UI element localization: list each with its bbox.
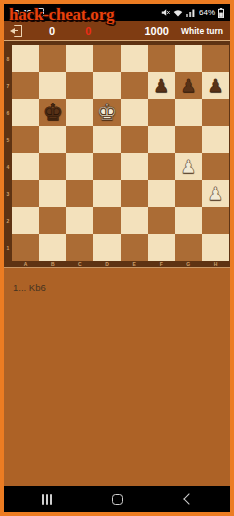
rank-label-3: 3 <box>4 180 12 207</box>
square-f7[interactable]: ♟ <box>148 72 175 99</box>
rank-label-8: 8 <box>4 45 12 72</box>
square-c2[interactable] <box>66 207 93 234</box>
white-pawn: ♟ <box>180 158 196 176</box>
square-b4[interactable] <box>39 153 66 180</box>
rank-label-4: 4 <box>4 153 12 180</box>
white-king: ♚ <box>97 101 118 124</box>
square-e3[interactable] <box>121 180 148 207</box>
square-a1[interactable] <box>12 234 39 261</box>
square-d3[interactable] <box>93 180 120 207</box>
square-e2[interactable] <box>121 207 148 234</box>
square-h6[interactable] <box>202 99 229 126</box>
square-h3[interactable]: ♟ <box>202 180 229 207</box>
square-d5[interactable] <box>93 126 120 153</box>
black-pawn: ♟ <box>180 77 196 95</box>
status-icons: 64% <box>161 8 224 18</box>
square-h8[interactable] <box>202 45 229 72</box>
file-label-f: F <box>148 261 175 267</box>
board-corner <box>4 261 12 267</box>
square-h2[interactable] <box>202 207 229 234</box>
white-score: 0 <box>49 25 55 37</box>
rank-label-5: 5 <box>4 126 12 153</box>
square-a5[interactable] <box>12 126 39 153</box>
chess-board: 87♟♟♟6♚♚54♟3♟21ABCDEFGH <box>4 40 230 268</box>
back-icon <box>183 493 194 504</box>
exit-arrow-shaft <box>14 30 19 32</box>
square-e7[interactable] <box>121 72 148 99</box>
white-pawn: ♟ <box>207 185 223 203</box>
square-b7[interactable] <box>39 72 66 99</box>
black-pawn: ♟ <box>207 77 223 95</box>
square-e6[interactable] <box>121 99 148 126</box>
home-button[interactable] <box>107 491 127 507</box>
exit-button[interactable] <box>10 25 22 37</box>
status-bar: 18:48 64% <box>4 4 230 21</box>
square-f1[interactable] <box>148 234 175 261</box>
square-c8[interactable] <box>66 45 93 72</box>
square-a7[interactable] <box>12 72 39 99</box>
square-c6[interactable] <box>66 99 93 126</box>
file-label-c: C <box>66 261 93 267</box>
square-e4[interactable] <box>121 153 148 180</box>
rank-label-7: 7 <box>4 72 12 99</box>
square-c1[interactable] <box>66 234 93 261</box>
recents-button[interactable] <box>37 491 57 507</box>
rating-value: 1000 <box>144 25 168 37</box>
square-h5[interactable] <box>202 126 229 153</box>
square-f8[interactable] <box>148 45 175 72</box>
square-f6[interactable] <box>148 99 175 126</box>
square-g3[interactable] <box>175 180 202 207</box>
file-label-h: H <box>202 261 229 267</box>
square-g1[interactable] <box>175 234 202 261</box>
wifi-icon <box>173 9 183 17</box>
rank-label-6: 6 <box>4 99 12 126</box>
square-d7[interactable] <box>93 72 120 99</box>
square-f5[interactable] <box>148 126 175 153</box>
phone-screen: hack-cheat.org 18:48 64% <box>0 0 234 516</box>
home-icon <box>112 494 123 505</box>
file-label-b: B <box>39 261 66 267</box>
square-g5[interactable] <box>175 126 202 153</box>
move-entry[interactable]: 1... Kb6 <box>13 282 46 293</box>
android-nav-bar <box>4 486 230 512</box>
square-f4[interactable] <box>148 153 175 180</box>
rank-label-2: 2 <box>4 207 12 234</box>
mute-icon <box>161 8 170 17</box>
square-b6[interactable]: ♚ <box>39 99 66 126</box>
file-label-a: A <box>12 261 39 267</box>
turn-indicator: White turn <box>181 26 223 36</box>
square-b3[interactable] <box>39 180 66 207</box>
screenshot-icon <box>34 8 44 17</box>
square-a3[interactable] <box>12 180 39 207</box>
file-label-e: E <box>121 261 148 267</box>
square-b2[interactable] <box>39 207 66 234</box>
square-d1[interactable] <box>93 234 120 261</box>
square-a4[interactable] <box>12 153 39 180</box>
rank-label-1: 1 <box>4 234 12 261</box>
square-f2[interactable] <box>148 207 175 234</box>
square-d8[interactable] <box>93 45 120 72</box>
back-button[interactable] <box>177 491 197 507</box>
square-e5[interactable] <box>121 126 148 153</box>
square-g7[interactable]: ♟ <box>175 72 202 99</box>
battery-icon <box>218 8 224 18</box>
square-e8[interactable] <box>121 45 148 72</box>
square-d2[interactable] <box>93 207 120 234</box>
square-g4[interactable]: ♟ <box>175 153 202 180</box>
file-label-g: G <box>175 261 202 267</box>
square-b5[interactable] <box>39 126 66 153</box>
square-c5[interactable] <box>66 126 93 153</box>
square-h1[interactable] <box>202 234 229 261</box>
game-toolbar: 0 0 1000 White turn <box>4 21 230 40</box>
square-h4[interactable] <box>202 153 229 180</box>
square-b8[interactable] <box>39 45 66 72</box>
square-d4[interactable] <box>93 153 120 180</box>
square-a2[interactable] <box>12 207 39 234</box>
file-label-d: D <box>93 261 120 267</box>
signal-icon <box>186 8 196 17</box>
square-f3[interactable] <box>148 180 175 207</box>
square-a6[interactable] <box>12 99 39 126</box>
square-d6[interactable]: ♚ <box>93 99 120 126</box>
square-c7[interactable] <box>66 72 93 99</box>
red-score: 0 <box>85 25 91 37</box>
clock: 18:48 <box>10 8 31 17</box>
recents-icon <box>42 494 52 505</box>
square-c3[interactable] <box>66 180 93 207</box>
square-c4[interactable] <box>66 153 93 180</box>
square-a8[interactable] <box>12 45 39 72</box>
square-g8[interactable] <box>175 45 202 72</box>
square-g2[interactable] <box>175 207 202 234</box>
black-king: ♚ <box>42 101 63 124</box>
square-h7[interactable]: ♟ <box>202 72 229 99</box>
square-e1[interactable] <box>121 234 148 261</box>
square-g6[interactable] <box>175 99 202 126</box>
battery-percent: 64% <box>199 8 215 17</box>
square-b1[interactable] <box>39 234 66 261</box>
black-pawn: ♟ <box>153 77 169 95</box>
move-list: 1... Kb6 <box>4 268 230 486</box>
board-grid: 87♟♟♟6♚♚54♟3♟21ABCDEFGH <box>4 45 229 267</box>
